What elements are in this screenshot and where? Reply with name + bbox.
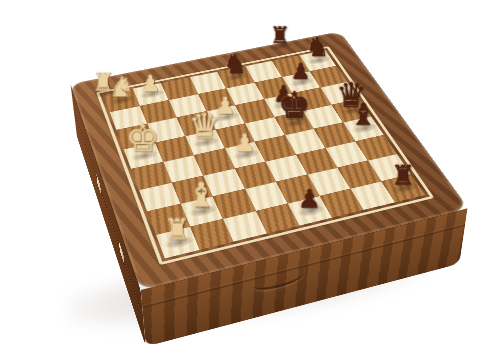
chess-box: ♞♜♟♚♟♛♟♝♜♞♜♞♟♟♚♛♝♜♟ xyxy=(77,83,459,344)
hinge-icon xyxy=(96,174,101,196)
chess-box-scene: ♞♜♟♚♟♛♟♝♜♞♜♞♟♟♚♛♝♜♟ xyxy=(0,0,500,344)
white-bishop-glyph: ♝ xyxy=(177,179,226,213)
black-rook-glyph: ♜ xyxy=(260,24,301,47)
white-king-glyph: ♚ xyxy=(120,119,166,157)
black-pawn-glyph: ♟ xyxy=(285,186,334,212)
white-rook-glyph: ♜ xyxy=(152,214,203,243)
black-rook-glyph: ♜ xyxy=(379,162,427,189)
black-bishop-glyph: ♝ xyxy=(341,99,386,130)
white-pawn-glyph: ♟ xyxy=(222,132,268,156)
black-pawn-glyph: ♟ xyxy=(280,61,322,83)
black-king-glyph: ♚ xyxy=(271,88,316,125)
black-knight-glyph: ♞ xyxy=(215,51,257,78)
black-knight-glyph: ♞ xyxy=(297,35,338,61)
hinge-icon xyxy=(119,241,125,265)
playfield: ♞♜♟♚♟♛♟♝♜♞♜♞♟♟♚♛♝♜♟ xyxy=(103,50,425,258)
finger-notch xyxy=(254,266,304,294)
white-knight-glyph: ♞ xyxy=(99,74,142,102)
white-queen-glyph: ♛ xyxy=(182,108,228,143)
